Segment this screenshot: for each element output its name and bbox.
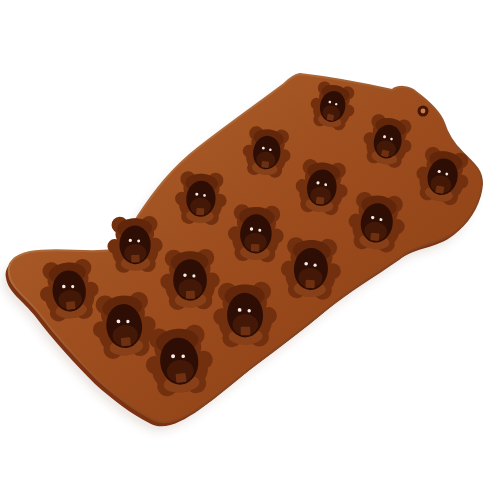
- bear-nose-nub: [121, 337, 131, 346]
- bear-nose-nub: [186, 291, 195, 299]
- hang-hole-center: [421, 109, 426, 114]
- bear-nose-nub: [131, 255, 139, 263]
- bear-nose-nub: [251, 244, 260, 252]
- bear-nose-nub: [261, 161, 269, 168]
- hang-tab: [418, 106, 429, 117]
- bear-nose-nub: [370, 233, 379, 242]
- chocolate-mold-photo: [0, 0, 500, 500]
- bear-nose-nub: [196, 208, 204, 215]
- bear-nose-nub: [66, 301, 76, 310]
- bear-nose-nub: [316, 197, 325, 205]
- bear-nose-nub: [305, 280, 314, 288]
- bear-nose-nub: [241, 327, 251, 336]
- photo-canvas: [0, 0, 500, 500]
- bear-nose-nub: [176, 373, 187, 383]
